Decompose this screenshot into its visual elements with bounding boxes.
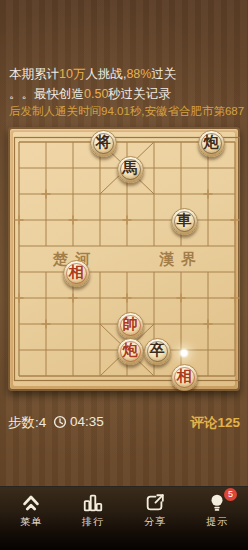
step-counter: 步数:4 (8, 414, 46, 432)
piece-black-炮[interactable]: 炮 (198, 130, 225, 157)
piece-red-帥[interactable]: 帥 (117, 312, 144, 339)
piece-black-将[interactable]: 将 (90, 130, 117, 157)
piece-glyph: 将 (91, 131, 116, 156)
comments-link[interactable]: 评论125 (190, 414, 240, 432)
piece-red-相[interactable]: 相 (171, 364, 198, 391)
status-bar: 步数:4 04:35 评论125 (0, 414, 248, 432)
stats-pass-rate: 88% (126, 67, 151, 81)
record-text: 秒过关记录 (108, 87, 171, 101)
ranking-icon (82, 492, 104, 514)
piece-glyph: 馬 (118, 157, 143, 182)
menu-up-icon (20, 492, 42, 514)
nav-label: 分享 (144, 515, 166, 529)
bottom-nav-bar: 菜单 排行 分享 5 提示 (0, 486, 248, 550)
nav-item-ranking[interactable]: 排行 (62, 492, 124, 529)
piece-glyph: 炮 (199, 131, 224, 156)
nav-item-menu[interactable]: 菜单 (0, 492, 62, 529)
stats-participants: 10万 (59, 67, 85, 81)
stats-text: 本期累计 (9, 67, 59, 81)
stats-text: 人挑战, (85, 67, 126, 81)
challenge-stats-line: 本期累计10万人挑战,88%过关 (9, 66, 176, 83)
piece-red-炮[interactable]: 炮 (117, 338, 144, 365)
xiangqi-board[interactable]: 楚河 漢界 将炮馬車相帥炮卒相 (8, 127, 240, 391)
river-label-han: 漢界 (159, 250, 203, 269)
piece-glyph: 相 (172, 365, 197, 390)
stats-text: 过关 (151, 67, 176, 81)
piece-black-馬[interactable]: 馬 (117, 156, 144, 183)
elapsed-time: 04:35 (70, 414, 104, 429)
piece-glyph: 卒 (145, 339, 170, 364)
app-screen: 本期累计10万人挑战,88%过关 。。最快创造0.50秒过关记录 后发制人通关时… (0, 0, 248, 550)
move-indicator-dot (181, 350, 187, 356)
nav-label: 排行 (82, 515, 104, 529)
record-time: 0.50 (84, 87, 108, 101)
share-icon (144, 492, 166, 514)
piece-black-車[interactable]: 車 (171, 208, 198, 235)
record-text: 。。最快创造 (9, 87, 84, 101)
clock-icon (53, 415, 67, 432)
piece-glyph: 炮 (118, 339, 143, 364)
nav-label: 提示 (206, 515, 228, 529)
piece-glyph: 車 (172, 209, 197, 234)
hint-icon: 5 (206, 492, 228, 514)
nav-item-share[interactable]: 分享 (124, 492, 186, 529)
piece-glyph: 相 (64, 261, 89, 286)
hint-badge: 5 (224, 488, 237, 501)
record-line: 。。最快创造0.50秒过关记录 (9, 86, 171, 103)
piece-black-卒[interactable]: 卒 (144, 338, 171, 365)
nav-item-hint[interactable]: 5 提示 (186, 492, 248, 529)
piece-glyph: 帥 (118, 313, 143, 338)
ticker-line: 后发制人通关时间94.01秒,安徽省合肥市第687 (9, 104, 244, 119)
piece-red-相[interactable]: 相 (63, 260, 90, 287)
nav-label: 菜单 (20, 515, 42, 529)
